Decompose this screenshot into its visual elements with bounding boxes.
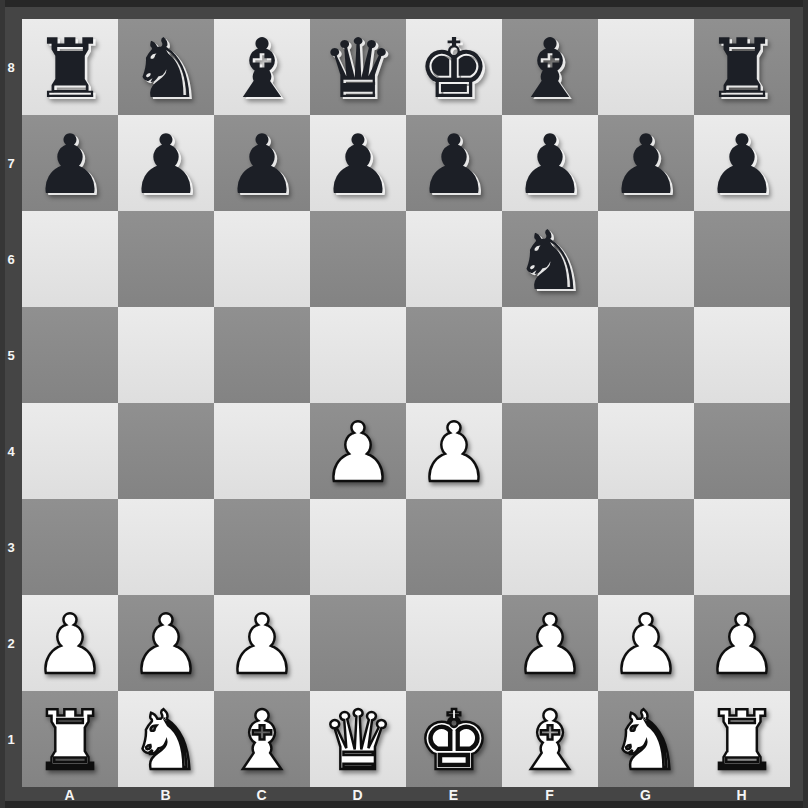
piece-black-pawn[interactable]: ♟ [406,117,502,213]
rank-label-4: 4 [0,403,22,499]
piece-white-pawn[interactable]: ♟ [694,597,790,693]
piece-black-pawn[interactable]: ♟ [502,117,598,213]
square-c4[interactable] [214,403,310,499]
rank-label-6: 6 [0,211,22,307]
square-h4[interactable] [694,403,790,499]
square-c3[interactable] [214,499,310,595]
square-e5[interactable] [406,307,502,403]
piece-white-king[interactable]: ♚ [406,693,502,789]
piece-white-pawn[interactable]: ♟ [406,405,502,501]
file-label-h: H [694,787,790,802]
rank-label-5: 5 [0,307,22,403]
square-f8[interactable]: ♝ [502,19,598,115]
square-g2[interactable]: ♟ [598,595,694,691]
piece-black-bishop[interactable]: ♝ [502,21,598,117]
square-f4[interactable] [502,403,598,499]
square-c1[interactable]: ♝ [214,691,310,787]
file-label-a: A [22,787,118,802]
piece-white-knight[interactable]: ♞ [598,693,694,789]
piece-black-pawn[interactable]: ♟ [598,117,694,213]
square-e1[interactable]: ♚ [406,691,502,787]
square-e4[interactable]: ♟ [406,403,502,499]
square-d8[interactable]: ♛ [310,19,406,115]
square-g6[interactable] [598,211,694,307]
square-d5[interactable] [310,307,406,403]
square-e7[interactable]: ♟ [406,115,502,211]
file-label-e: E [406,787,502,802]
piece-black-rook[interactable]: ♜ [694,21,790,117]
piece-white-pawn[interactable]: ♟ [598,597,694,693]
square-e8[interactable]: ♚ [406,19,502,115]
square-f1[interactable]: ♝ [502,691,598,787]
piece-white-pawn[interactable]: ♟ [310,405,406,501]
square-d2[interactable] [310,595,406,691]
square-f6[interactable]: ♞ [502,211,598,307]
square-a2[interactable]: ♟ [22,595,118,691]
square-d7[interactable]: ♟ [310,115,406,211]
piece-white-queen[interactable]: ♛ [310,693,406,789]
square-e3[interactable] [406,499,502,595]
piece-white-pawn[interactable]: ♟ [502,597,598,693]
frame-top-edge [0,0,808,7]
piece-black-queen[interactable]: ♛ [310,21,406,117]
square-d3[interactable] [310,499,406,595]
rank-label-1: 1 [0,691,22,787]
rank-label-7: 7 [0,115,22,211]
piece-white-pawn[interactable]: ♟ [118,597,214,693]
file-label-b: B [118,787,214,802]
square-b4[interactable] [118,403,214,499]
square-a6[interactable] [22,211,118,307]
square-c5[interactable] [214,307,310,403]
piece-black-pawn[interactable]: ♟ [694,117,790,213]
chess-board: ♜♞♝♛♚♝♜♟♟♟♟♟♟♟♟♞♟♟♟♟♟♟♟♟♜♞♝♛♚♝♞♜ [22,19,790,787]
square-c2[interactable]: ♟ [214,595,310,691]
square-d4[interactable]: ♟ [310,403,406,499]
square-f3[interactable] [502,499,598,595]
square-h6[interactable] [694,211,790,307]
square-a1[interactable]: ♜ [22,691,118,787]
square-d6[interactable] [310,211,406,307]
square-f7[interactable]: ♟ [502,115,598,211]
piece-white-pawn[interactable]: ♟ [22,597,118,693]
square-g1[interactable]: ♞ [598,691,694,787]
square-h3[interactable] [694,499,790,595]
square-b3[interactable] [118,499,214,595]
file-label-g: G [598,787,694,802]
square-b8[interactable]: ♞ [118,19,214,115]
square-a3[interactable] [22,499,118,595]
square-a4[interactable] [22,403,118,499]
square-g8[interactable] [598,19,694,115]
file-label-d: D [310,787,406,802]
piece-black-pawn[interactable]: ♟ [214,117,310,213]
square-h5[interactable] [694,307,790,403]
piece-white-rook[interactable]: ♜ [694,693,790,789]
piece-black-king[interactable]: ♚ [406,21,502,117]
rank-label-2: 2 [0,595,22,691]
square-b7[interactable]: ♟ [118,115,214,211]
square-f5[interactable] [502,307,598,403]
square-f2[interactable]: ♟ [502,595,598,691]
rank-label-3: 3 [0,499,22,595]
file-labels: ABCDEFGH [22,787,790,802]
piece-black-pawn[interactable]: ♟ [310,117,406,213]
square-a5[interactable] [22,307,118,403]
piece-white-rook[interactable]: ♜ [22,693,118,789]
square-h2[interactable]: ♟ [694,595,790,691]
piece-black-rook[interactable]: ♜ [22,21,118,117]
square-c7[interactable]: ♟ [214,115,310,211]
piece-white-pawn[interactable]: ♟ [214,597,310,693]
square-b5[interactable] [118,307,214,403]
square-d1[interactable]: ♛ [310,691,406,787]
piece-black-pawn[interactable]: ♟ [22,117,118,213]
square-g7[interactable]: ♟ [598,115,694,211]
piece-black-bishop[interactable]: ♝ [214,21,310,117]
piece-white-bishop[interactable]: ♝ [502,693,598,789]
square-h8[interactable]: ♜ [694,19,790,115]
square-g3[interactable] [598,499,694,595]
square-g4[interactable] [598,403,694,499]
piece-black-pawn[interactable]: ♟ [118,117,214,213]
rank-labels: 87654321 [0,19,22,787]
square-e2[interactable] [406,595,502,691]
square-b2[interactable]: ♟ [118,595,214,691]
square-a8[interactable]: ♜ [22,19,118,115]
file-label-f: F [502,787,598,802]
file-label-c: C [214,787,310,802]
square-c6[interactable] [214,211,310,307]
piece-black-knight[interactable]: ♞ [502,213,598,309]
piece-white-knight[interactable]: ♞ [118,693,214,789]
rank-label-8: 8 [0,19,22,115]
square-e6[interactable] [406,211,502,307]
frame-right-edge [803,0,808,808]
square-c8[interactable]: ♝ [214,19,310,115]
square-h7[interactable]: ♟ [694,115,790,211]
square-g5[interactable] [598,307,694,403]
frame-bottom-edge [0,801,808,808]
chess-board-frame: ♜♞♝♛♚♝♜♟♟♟♟♟♟♟♟♞♟♟♟♟♟♟♟♟♜♞♝♛♚♝♞♜ 8765432… [0,0,808,808]
square-h1[interactable]: ♜ [694,691,790,787]
square-b1[interactable]: ♞ [118,691,214,787]
square-b6[interactable] [118,211,214,307]
square-a7[interactable]: ♟ [22,115,118,211]
piece-white-bishop[interactable]: ♝ [214,693,310,789]
piece-black-knight[interactable]: ♞ [118,21,214,117]
